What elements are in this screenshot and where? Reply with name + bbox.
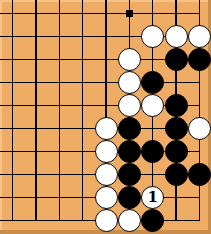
grid-vline: [12, 0, 13, 221]
star-point-square-marker: [126, 10, 133, 17]
stone-black: [188, 163, 211, 186]
stone-black: [165, 48, 188, 71]
stone-black: [165, 163, 188, 186]
stone-black: [141, 71, 164, 94]
stone-white: [118, 48, 141, 71]
stone-white: [95, 163, 118, 186]
stone-white: [118, 94, 141, 117]
grid-hline: [0, 82, 200, 83]
stone-white: [118, 71, 141, 94]
stone-black: [118, 117, 141, 140]
grid-vline: [82, 0, 83, 221]
go-board: 1: [0, 0, 211, 234]
stone-white: [141, 25, 164, 48]
stone-white: [95, 117, 118, 140]
go-diagram: 1: [0, 0, 211, 234]
stone-black: [188, 48, 211, 71]
stone-black: [165, 117, 188, 140]
stone-black: [118, 186, 141, 209]
stone-white: [188, 25, 211, 48]
stone-black: [165, 94, 188, 117]
stone-white: [95, 186, 118, 209]
stone-black: [165, 140, 188, 163]
stone-white: [165, 25, 188, 48]
stone-white-move-1: 1: [141, 186, 164, 209]
stone-white: [118, 209, 141, 232]
stone-white: [141, 94, 164, 117]
stone-white: [95, 140, 118, 163]
stone-white: [188, 117, 211, 140]
grid-hline: [0, 13, 200, 14]
stone-black: [118, 140, 141, 163]
stone-white: [95, 209, 118, 232]
stone-black: [141, 140, 164, 163]
stone-black: [118, 163, 141, 186]
grid-vline: [59, 0, 60, 221]
stone-black: [141, 209, 164, 232]
move-number-label: 1: [147, 190, 157, 205]
grid-vline: [35, 0, 36, 221]
